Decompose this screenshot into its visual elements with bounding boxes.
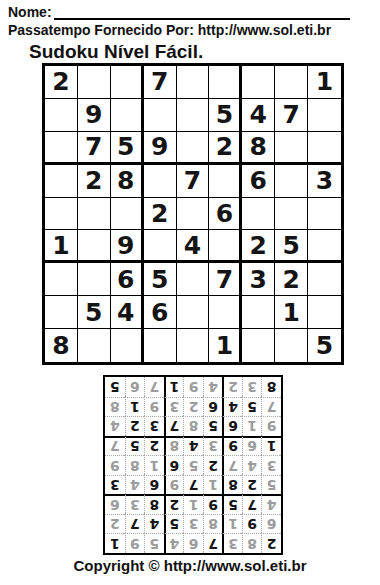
cell-r6c1: 1 <box>45 230 78 263</box>
solution-cell-r1c6: 4 <box>164 533 184 553</box>
cell-r2c7: 4 <box>242 99 275 132</box>
solution-cell-r9c6: 1 <box>164 377 184 397</box>
cell-r8c3: 4 <box>111 296 144 329</box>
solution-cell-r4c7: 6 <box>144 475 164 495</box>
cell-r2c8: 7 <box>275 99 308 132</box>
copyright-text: Copyright © http://www.sol.eti.br <box>0 557 380 574</box>
solution-cell-r1c3: 3 <box>222 533 242 553</box>
cell-r8c6[interactable] <box>209 296 242 329</box>
cell-r2c9[interactable] <box>308 99 341 132</box>
cell-r2c4[interactable] <box>144 99 177 132</box>
cell-r4c9: 3 <box>308 165 341 198</box>
cell-r1c5[interactable] <box>177 66 210 99</box>
solution-cell-r7c1: 9 <box>261 416 281 436</box>
sudoku-grid: 271954775928287632619425657325461815 <box>42 63 344 365</box>
solution-cell-r8c2: 5 <box>242 397 262 417</box>
cell-r5c8[interactable] <box>275 198 308 231</box>
solution-cell-r2c9: 2 <box>105 514 125 534</box>
solution-cell-r1c9: 1 <box>105 533 125 553</box>
solution-cell-r3c8: 3 <box>125 494 145 514</box>
solution-cell-r2c1: 6 <box>261 514 281 534</box>
cell-r1c3[interactable] <box>111 66 144 99</box>
cell-r2c3[interactable] <box>111 99 144 132</box>
cell-r2c2: 9 <box>78 99 111 132</box>
cell-r3c7: 8 <box>242 132 275 165</box>
cell-r8c2: 5 <box>78 296 111 329</box>
solution-cell-r1c7: 5 <box>144 533 164 553</box>
cell-r9c9: 5 <box>308 329 341 362</box>
cell-r4c3: 8 <box>111 165 144 198</box>
cell-r9c5[interactable] <box>177 329 210 362</box>
solution-cell-r3c2: 7 <box>242 494 262 514</box>
cell-r8c1[interactable] <box>45 296 78 329</box>
cell-r9c3[interactable] <box>111 329 144 362</box>
solution-cell-r4c5: 7 <box>183 475 203 495</box>
solution-cell-r4c8: 4 <box>125 475 145 495</box>
cell-r6c6[interactable] <box>209 230 242 263</box>
solution-cell-r9c4: 4 <box>203 377 223 397</box>
solution-cell-r7c8: 2 <box>125 416 145 436</box>
solution-cell-r6c9: 7 <box>105 436 125 456</box>
cell-r3c1[interactable] <box>45 132 78 165</box>
cell-r7c1[interactable] <box>45 263 78 296</box>
solution-cell-r5c6: 6 <box>164 455 184 475</box>
solution-cell-r6c1: 1 <box>261 436 281 456</box>
cell-r1c4: 7 <box>144 66 177 99</box>
cell-r5c7[interactable] <box>242 198 275 231</box>
solution-cell-r5c2: 4 <box>242 455 262 475</box>
solution-cell-r3c7: 8 <box>144 494 164 514</box>
cell-r8c7[interactable] <box>242 296 275 329</box>
cell-r7c8: 2 <box>275 263 308 296</box>
solution-cell-r2c2: 9 <box>242 514 262 534</box>
solution-cell-r5c8: 8 <box>125 455 145 475</box>
name-blank-line <box>54 3 350 20</box>
cell-r2c5[interactable] <box>177 99 210 132</box>
solution-cell-r8c3: 4 <box>222 397 242 417</box>
solution-cell-r1c5: 6 <box>183 533 203 553</box>
cell-r1c7[interactable] <box>242 66 275 99</box>
cell-r6c8: 5 <box>275 230 308 263</box>
cell-r5c5[interactable] <box>177 198 210 231</box>
solution-cell-r6c5: 4 <box>183 436 203 456</box>
solution-cell-r3c1: 4 <box>261 494 281 514</box>
solution-cell-r8c6: 3 <box>164 397 184 417</box>
cell-r3c3: 5 <box>111 132 144 165</box>
cell-r1c9: 1 <box>308 66 341 99</box>
solution-cell-r9c7: 7 <box>144 377 164 397</box>
cell-r3c8[interactable] <box>275 132 308 165</box>
solution-cell-r4c2: 2 <box>242 475 262 495</box>
solution-cell-r2c4: 8 <box>203 514 223 534</box>
cell-r5c2[interactable] <box>78 198 111 231</box>
solution-cell-r7c9: 4 <box>105 416 125 436</box>
solution-cell-r9c8: 6 <box>125 377 145 397</box>
cell-r5c6: 6 <box>209 198 242 231</box>
solution-cell-r9c5: 9 <box>183 377 203 397</box>
solution-cell-r4c3: 8 <box>222 475 242 495</box>
solution-cell-r8c5: 2 <box>183 397 203 417</box>
cell-r9c2[interactable] <box>78 329 111 362</box>
cell-r4c6[interactable] <box>209 165 242 198</box>
solution-cell-r6c6: 8 <box>164 436 184 456</box>
solution-cell-r4c4: 1 <box>203 475 223 495</box>
solution-cell-r8c4: 6 <box>203 397 223 417</box>
cell-r4c7: 6 <box>242 165 275 198</box>
cell-r7c7: 3 <box>242 263 275 296</box>
solution-cell-r5c1: 3 <box>261 455 281 475</box>
cell-r1c6[interactable] <box>209 66 242 99</box>
cell-r1c1: 2 <box>45 66 78 99</box>
cell-r5c4: 2 <box>144 198 177 231</box>
solution-grid: 2837645916918354724759128365281796433472… <box>103 375 283 555</box>
solution-cell-r7c7: 3 <box>144 416 164 436</box>
solution-cell-r3c9: 6 <box>105 494 125 514</box>
solution-cell-r8c1: 7 <box>261 397 281 417</box>
solution-cell-r7c5: 8 <box>183 416 203 436</box>
cell-r7c4: 5 <box>144 263 177 296</box>
cell-r5c9[interactable] <box>308 198 341 231</box>
solution-cell-r6c3: 9 <box>222 436 242 456</box>
solution-cell-r2c5: 3 <box>183 514 203 534</box>
solution-cell-r6c7: 2 <box>144 436 164 456</box>
solution-cell-r4c9: 3 <box>105 475 125 495</box>
cell-r4c4[interactable] <box>144 165 177 198</box>
solution-cell-r1c8: 9 <box>125 533 145 553</box>
name-label: Nome: <box>8 4 52 20</box>
cell-r6c4[interactable] <box>144 230 177 263</box>
cell-r8c8: 1 <box>275 296 308 329</box>
solution-cell-r1c4: 7 <box>203 533 223 553</box>
cell-r7c6: 7 <box>209 263 242 296</box>
cell-r6c9[interactable] <box>308 230 341 263</box>
cell-r9c6: 1 <box>209 329 242 362</box>
cell-r6c2[interactable] <box>78 230 111 263</box>
solution-cell-r6c4: 3 <box>203 436 223 456</box>
cell-r4c8[interactable] <box>275 165 308 198</box>
solution-cell-r9c3: 2 <box>222 377 242 397</box>
cell-r3c9[interactable] <box>308 132 341 165</box>
solution-cell-r6c2: 6 <box>242 436 262 456</box>
solution-cell-r3c6: 2 <box>164 494 184 514</box>
solution-cell-r7c3: 6 <box>222 416 242 436</box>
solution-cell-r5c3: 7 <box>222 455 242 475</box>
cell-r6c3: 9 <box>111 230 144 263</box>
solution-cell-r9c2: 3 <box>242 377 262 397</box>
solution-cell-r2c8: 7 <box>125 514 145 534</box>
cell-r4c5: 7 <box>177 165 210 198</box>
name-row: Nome: <box>8 3 350 20</box>
solution-cell-r1c1: 2 <box>261 533 281 553</box>
cell-r3c4: 9 <box>144 132 177 165</box>
cell-r8c9[interactable] <box>308 296 341 329</box>
cell-r3c6: 2 <box>209 132 242 165</box>
solution-cell-r5c5: 5 <box>183 455 203 475</box>
solution-cell-r4c1: 5 <box>261 475 281 495</box>
cell-r1c8[interactable] <box>275 66 308 99</box>
cell-r2c1[interactable] <box>45 99 78 132</box>
cell-r2c6: 5 <box>209 99 242 132</box>
cell-r7c3: 6 <box>111 263 144 296</box>
cell-r9c8[interactable] <box>275 329 308 362</box>
solution-cell-r1c2: 8 <box>242 533 262 553</box>
cell-r9c7[interactable] <box>242 329 275 362</box>
solution-cell-r3c4: 9 <box>203 494 223 514</box>
solution-cell-r2c6: 5 <box>164 514 184 534</box>
cell-r7c5[interactable] <box>177 263 210 296</box>
cell-r3c2: 7 <box>78 132 111 165</box>
solution-cell-r8c9: 8 <box>105 397 125 417</box>
solution-cell-r3c3: 5 <box>222 494 242 514</box>
cell-r7c2[interactable] <box>78 263 111 296</box>
provider-text: Passatempo Fornecido Por: http://www.sol… <box>8 22 331 38</box>
cell-r4c2: 2 <box>78 165 111 198</box>
solution-cell-r5c9: 9 <box>105 455 125 475</box>
solution-cell-r2c7: 4 <box>144 514 164 534</box>
cell-r8c5[interactable] <box>177 296 210 329</box>
cell-r9c4[interactable] <box>144 329 177 362</box>
solution-cell-r7c4: 5 <box>203 416 223 436</box>
cell-r9c1: 8 <box>45 329 78 362</box>
solution-cell-r7c2: 1 <box>242 416 262 436</box>
solution-cell-r3c5: 1 <box>183 494 203 514</box>
cell-r7c9[interactable] <box>308 263 341 296</box>
solution-cell-r9c9: 5 <box>105 377 125 397</box>
solution-cell-r8c7: 9 <box>144 397 164 417</box>
cell-r5c1[interactable] <box>45 198 78 231</box>
solution-cell-r6c8: 5 <box>125 436 145 456</box>
solution-cell-r9c1: 8 <box>261 377 281 397</box>
cell-r6c5: 4 <box>177 230 210 263</box>
solution-cell-r4c6: 9 <box>164 475 184 495</box>
page-title: Sudoku Nível Fácil. <box>29 41 203 63</box>
solution-cell-r2c3: 1 <box>222 514 242 534</box>
cell-r1c2[interactable] <box>78 66 111 99</box>
cell-r5c3[interactable] <box>111 198 144 231</box>
solution-cell-r8c8: 1 <box>125 397 145 417</box>
cell-r6c7: 2 <box>242 230 275 263</box>
cell-r8c4: 6 <box>144 296 177 329</box>
cell-r4c1[interactable] <box>45 165 78 198</box>
solution-cell-r5c7: 1 <box>144 455 164 475</box>
cell-r3c5[interactable] <box>177 132 210 165</box>
solution-cell-r7c6: 7 <box>164 416 184 436</box>
solution-cell-r5c4: 2 <box>203 455 223 475</box>
